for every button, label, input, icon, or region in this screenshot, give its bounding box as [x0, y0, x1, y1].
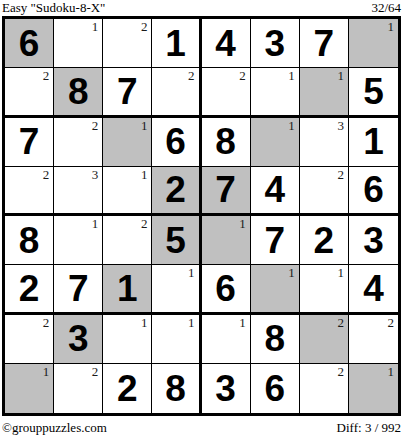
given-digit: 7	[19, 123, 40, 160]
cell-r0c5[interactable]: 3	[251, 19, 300, 68]
pencil-mark: 2	[92, 118, 99, 133]
cell-r3c0[interactable]: 2	[5, 167, 54, 216]
pencil-mark: 2	[92, 364, 99, 379]
given-digit: 6	[165, 123, 186, 160]
pencil-mark: 2	[141, 216, 148, 231]
given-digit: 8	[264, 320, 285, 357]
cell-r5c4[interactable]: 6	[202, 265, 251, 314]
cell-r5c3[interactable]: 1	[152, 265, 201, 314]
cell-r6c7[interactable]: 2	[349, 315, 398, 364]
site-credit: ©grouppuzzles.com	[2, 420, 107, 436]
pencil-mark: 2	[43, 315, 50, 330]
given-digit: 7	[264, 222, 285, 259]
cell-r0c0[interactable]: 6	[5, 19, 54, 68]
pencil-mark: 2	[43, 68, 50, 83]
cell-r6c3[interactable]: 1	[152, 315, 201, 364]
cell-r6c6[interactable]: 2	[300, 315, 349, 364]
cell-r7c1[interactable]: 2	[54, 364, 103, 413]
cell-r7c3[interactable]: 8	[152, 364, 201, 413]
cell-r5c2[interactable]: 1	[103, 265, 152, 314]
cell-r7c7[interactable]: 1	[349, 364, 398, 413]
cell-r1c7[interactable]: 5	[349, 68, 398, 117]
given-digit: 7	[314, 25, 335, 62]
cell-r2c4[interactable]: 8	[202, 118, 251, 167]
pencil-mark: 1	[337, 265, 344, 280]
cell-r3c5[interactable]: 4	[251, 167, 300, 216]
cell-r0c2[interactable]: 2	[103, 19, 152, 68]
cell-r1c3[interactable]: 2	[152, 68, 201, 117]
pencil-mark: 1	[188, 265, 195, 280]
cell-r4c7[interactable]: 3	[349, 216, 398, 265]
difficulty-label: Diff: 3 / 992	[337, 420, 401, 436]
footer-bar: ©grouppuzzles.com Diff: 3 / 992	[0, 416, 403, 436]
pencil-mark: 1	[288, 118, 295, 133]
cell-r7c2[interactable]: 2	[103, 364, 152, 413]
given-digit: 3	[264, 25, 285, 62]
cell-r6c4[interactable]: 1	[202, 315, 251, 364]
cell-r3c4[interactable]: 7	[202, 167, 251, 216]
pencil-mark: 1	[141, 167, 148, 182]
given-digit: 4	[215, 25, 236, 62]
given-digit: 4	[363, 270, 384, 307]
cell-r5c1[interactable]: 7	[54, 265, 103, 314]
cell-r7c6[interactable]: 2	[300, 364, 349, 413]
pencil-mark: 1	[288, 68, 295, 83]
pencil-mark: 1	[288, 265, 295, 280]
pencil-mark: 2	[188, 68, 195, 83]
given-digit: 5	[363, 73, 384, 110]
cell-r2c1[interactable]: 2	[54, 118, 103, 167]
cell-r4c6[interactable]: 2	[300, 216, 349, 265]
cell-r4c4[interactable]: 1	[202, 216, 251, 265]
cell-r4c0[interactable]: 8	[5, 216, 54, 265]
cell-r6c0[interactable]: 2	[5, 315, 54, 364]
cell-r3c6[interactable]: 2	[300, 167, 349, 216]
given-digit: 6	[264, 370, 285, 407]
cell-r3c7[interactable]: 6	[349, 167, 398, 216]
cell-r4c2[interactable]: 2	[103, 216, 152, 265]
given-digit: 6	[363, 171, 384, 208]
cell-r7c0[interactable]: 1	[5, 364, 54, 413]
pencil-mark: 1	[239, 315, 246, 330]
cell-r2c2[interactable]: 1	[103, 118, 152, 167]
cell-r7c5[interactable]: 6	[251, 364, 300, 413]
pencil-mark: 1	[92, 216, 99, 231]
given-digit: 3	[363, 222, 384, 259]
cell-r4c1[interactable]: 1	[54, 216, 103, 265]
given-digit: 7	[68, 270, 89, 307]
cell-r5c5[interactable]: 1	[251, 265, 300, 314]
given-digit: 1	[165, 25, 186, 62]
given-digit: 2	[165, 171, 186, 208]
given-digit: 2	[19, 270, 40, 307]
given-digit: 8	[68, 73, 89, 110]
pencil-mark: 1	[388, 364, 395, 379]
pencil-mark: 1	[92, 19, 99, 34]
pencil-mark: 1	[337, 68, 344, 83]
cell-r6c2[interactable]: 1	[103, 315, 152, 364]
pencil-mark: 1	[141, 118, 148, 133]
pencil-mark: 2	[337, 167, 344, 182]
sudoku-board: 6121437128722115721681312312742681251723…	[2, 16, 401, 416]
pencil-mark: 2	[337, 364, 344, 379]
given-digit: 2	[117, 370, 138, 407]
cell-r1c0[interactable]: 2	[5, 68, 54, 117]
given-digit: 4	[264, 171, 285, 208]
cell-r5c0[interactable]: 2	[5, 265, 54, 314]
cell-r1c5[interactable]: 1	[251, 68, 300, 117]
cell-r1c1[interactable]: 8	[54, 68, 103, 117]
cell-r2c6[interactable]: 3	[300, 118, 349, 167]
given-digit: 1	[363, 123, 384, 160]
given-digit: 6	[19, 25, 40, 62]
puzzle-page: Easy "Sudoku-8-X" 32/64 6121437128722115…	[0, 0, 403, 437]
pencil-mark: 1	[239, 216, 246, 231]
given-digit: 1	[117, 270, 138, 307]
given-digit: 2	[314, 222, 335, 259]
pencil-mark: 1	[141, 315, 148, 330]
given-digit: 7	[215, 171, 236, 208]
pencil-mark: 1	[43, 364, 50, 379]
pencil-mark: 3	[92, 167, 99, 182]
given-digit: 8	[215, 123, 236, 160]
given-digit: 8	[165, 370, 186, 407]
cell-r6c1[interactable]: 3	[54, 315, 103, 364]
cell-r3c2[interactable]: 1	[103, 167, 152, 216]
cell-r0c6[interactable]: 7	[300, 19, 349, 68]
given-digit: 3	[68, 320, 89, 357]
pencil-mark: 2	[337, 315, 344, 330]
cell-r0c1[interactable]: 1	[54, 19, 103, 68]
pencil-mark: 2	[141, 19, 148, 34]
cell-r0c3[interactable]: 1	[152, 19, 201, 68]
pencil-mark: 1	[388, 19, 395, 34]
given-digit: 3	[215, 370, 236, 407]
pencil-mark: 2	[239, 68, 246, 83]
pencil-mark: 2	[388, 315, 395, 330]
header-bar: Easy "Sudoku-8-X" 32/64	[0, 0, 403, 16]
cell-r1c6[interactable]: 1	[300, 68, 349, 117]
puzzle-title: Easy "Sudoku-8-X"	[2, 0, 105, 16]
cell-r7c4[interactable]: 3	[202, 364, 251, 413]
given-digit: 7	[117, 73, 138, 110]
given-digit: 8	[19, 222, 40, 259]
cell-r0c4[interactable]: 4	[202, 19, 251, 68]
given-digit: 6	[215, 270, 236, 307]
cell-r5c7[interactable]: 4	[349, 265, 398, 314]
cell-r2c3[interactable]: 6	[152, 118, 201, 167]
cell-r5c6[interactable]: 1	[300, 265, 349, 314]
given-count: 32/64	[371, 0, 401, 16]
cell-r6c5[interactable]: 8	[251, 315, 300, 364]
pencil-mark: 3	[337, 118, 344, 133]
pencil-mark: 2	[43, 167, 50, 182]
cell-r4c3[interactable]: 5	[152, 216, 201, 265]
cell-r0c7[interactable]: 1	[349, 19, 398, 68]
cell-r1c4[interactable]: 2	[202, 68, 251, 117]
cell-r3c3[interactable]: 2	[152, 167, 201, 216]
cell-r3c1[interactable]: 3	[54, 167, 103, 216]
cell-r4c5[interactable]: 7	[251, 216, 300, 265]
cell-r2c5[interactable]: 1	[251, 118, 300, 167]
cell-r1c2[interactable]: 7	[103, 68, 152, 117]
pencil-mark: 1	[188, 315, 195, 330]
given-digit: 5	[165, 222, 186, 259]
cell-r2c7[interactable]: 1	[349, 118, 398, 167]
cell-r2c0[interactable]: 7	[5, 118, 54, 167]
